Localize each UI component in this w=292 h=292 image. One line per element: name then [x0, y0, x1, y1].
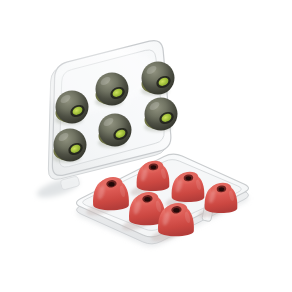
product-photo: Open translucent frosted plastic storage…: [0, 0, 292, 292]
scene-image: Open translucent frosted plastic storage…: [0, 0, 292, 292]
